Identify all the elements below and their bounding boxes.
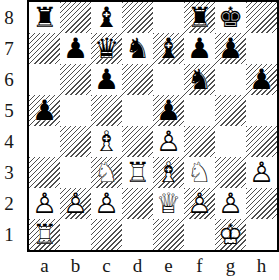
square-e3[interactable]: ♝♗ bbox=[153, 157, 184, 188]
piece-white-queen: ♛♕ bbox=[153, 188, 184, 219]
piece-black-rook: ♜ bbox=[184, 2, 215, 33]
piece-black-rook: ♜ bbox=[29, 2, 60, 33]
square-e1[interactable] bbox=[153, 219, 184, 250]
square-b3[interactable] bbox=[60, 157, 91, 188]
piece-black-king: ♚ bbox=[215, 2, 246, 33]
rank-label-5: 5 bbox=[0, 95, 27, 126]
square-e8[interactable] bbox=[153, 2, 184, 33]
piece-white-pawn: ♟♙ bbox=[184, 188, 215, 219]
square-c4[interactable]: ♝♗ bbox=[91, 126, 122, 157]
square-a7[interactable] bbox=[29, 33, 60, 64]
piece-black-knight: ♞ bbox=[184, 64, 215, 95]
square-b2[interactable]: ♟♙ bbox=[60, 188, 91, 219]
square-a1[interactable]: ♜♖ bbox=[29, 219, 60, 250]
square-c2[interactable]: ♟♙ bbox=[91, 188, 122, 219]
square-f4[interactable] bbox=[184, 126, 215, 157]
square-f5[interactable] bbox=[184, 95, 215, 126]
rank-label-8: 8 bbox=[0, 2, 27, 33]
square-g2[interactable]: ♟♙ bbox=[215, 188, 246, 219]
square-c7[interactable]: ♛ bbox=[91, 33, 122, 64]
rank-label-1: 1 bbox=[0, 219, 27, 250]
square-d7[interactable]: ♞ bbox=[122, 33, 153, 64]
square-d4[interactable] bbox=[122, 126, 153, 157]
square-c6[interactable]: ♟ bbox=[91, 64, 122, 95]
square-a6[interactable] bbox=[29, 64, 60, 95]
square-f7[interactable]: ♟ bbox=[184, 33, 215, 64]
square-h5[interactable] bbox=[246, 95, 277, 126]
square-g5[interactable] bbox=[215, 95, 246, 126]
piece-black-pawn: ♟ bbox=[184, 33, 215, 64]
piece-white-bishop: ♝♗ bbox=[153, 157, 184, 188]
square-e5[interactable]: ♟ bbox=[153, 95, 184, 126]
square-e4[interactable]: ♟♙ bbox=[153, 126, 184, 157]
piece-black-pawn: ♟ bbox=[153, 95, 184, 126]
square-h1[interactable] bbox=[246, 219, 277, 250]
file-label-e: e bbox=[153, 252, 184, 280]
square-d3[interactable]: ♜♖ bbox=[122, 157, 153, 188]
square-d1[interactable] bbox=[122, 219, 153, 250]
square-d5[interactable] bbox=[122, 95, 153, 126]
square-c1[interactable] bbox=[91, 219, 122, 250]
square-e2[interactable]: ♛♕ bbox=[153, 188, 184, 219]
piece-white-king: ♚♔ bbox=[215, 219, 246, 250]
piece-white-bishop: ♝♗ bbox=[91, 126, 122, 157]
file-label-c: c bbox=[91, 252, 122, 280]
square-f1[interactable] bbox=[184, 219, 215, 250]
square-b5[interactable] bbox=[60, 95, 91, 126]
square-h4[interactable] bbox=[246, 126, 277, 157]
piece-black-pawn: ♟ bbox=[246, 64, 277, 95]
square-g6[interactable] bbox=[215, 64, 246, 95]
piece-black-bishop: ♝ bbox=[153, 33, 184, 64]
piece-black-queen: ♛ bbox=[91, 33, 122, 64]
rank-label-6: 6 bbox=[0, 64, 27, 95]
piece-white-rook: ♜♖ bbox=[122, 157, 153, 188]
square-g7[interactable]: ♟ bbox=[215, 33, 246, 64]
square-h6[interactable]: ♟ bbox=[246, 64, 277, 95]
square-g1[interactable]: ♚♔ bbox=[215, 219, 246, 250]
square-d6[interactable] bbox=[122, 64, 153, 95]
square-h7[interactable] bbox=[246, 33, 277, 64]
chess-diagram: 87654321 ♜♝♜♚♟♛♞♝♟♟♟♞♟♟♟♝♗♟♙♞♘♜♖♝♗♞♘♟♙♟♙… bbox=[0, 0, 279, 280]
piece-white-pawn: ♟♙ bbox=[215, 188, 246, 219]
piece-white-pawn: ♟♙ bbox=[91, 188, 122, 219]
piece-black-bishop: ♝ bbox=[91, 2, 122, 33]
square-h2[interactable] bbox=[246, 188, 277, 219]
square-d2[interactable] bbox=[122, 188, 153, 219]
piece-white-knight: ♞♘ bbox=[91, 157, 122, 188]
file-labels: abcdefgh bbox=[29, 252, 277, 280]
rank-label-2: 2 bbox=[0, 188, 27, 219]
file-label-f: f bbox=[184, 252, 215, 280]
square-b7[interactable]: ♟ bbox=[60, 33, 91, 64]
square-e7[interactable]: ♝ bbox=[153, 33, 184, 64]
chess-board: ♜♝♜♚♟♛♞♝♟♟♟♞♟♟♟♝♗♟♙♞♘♜♖♝♗♞♘♟♙♟♙♟♙♟♙♛♕♟♙♟… bbox=[27, 0, 279, 252]
square-a2[interactable]: ♟♙ bbox=[29, 188, 60, 219]
piece-white-pawn: ♟♙ bbox=[246, 157, 277, 188]
square-h3[interactable]: ♟♙ bbox=[246, 157, 277, 188]
square-d8[interactable] bbox=[122, 2, 153, 33]
piece-white-knight: ♞♘ bbox=[184, 157, 215, 188]
square-g8[interactable]: ♚ bbox=[215, 2, 246, 33]
file-label-a: a bbox=[29, 252, 60, 280]
square-g3[interactable] bbox=[215, 157, 246, 188]
piece-white-pawn: ♟♙ bbox=[29, 188, 60, 219]
rank-labels: 87654321 bbox=[0, 2, 27, 250]
square-b8[interactable] bbox=[60, 2, 91, 33]
square-h8[interactable] bbox=[246, 2, 277, 33]
square-c3[interactable]: ♞♘ bbox=[91, 157, 122, 188]
piece-black-pawn: ♟ bbox=[91, 64, 122, 95]
rank-label-4: 4 bbox=[0, 126, 27, 157]
piece-black-pawn: ♟ bbox=[29, 95, 60, 126]
rank-label-3: 3 bbox=[0, 157, 27, 188]
square-c8[interactable]: ♝ bbox=[91, 2, 122, 33]
piece-white-pawn: ♟♙ bbox=[60, 188, 91, 219]
piece-black-pawn: ♟ bbox=[215, 33, 246, 64]
square-e6[interactable] bbox=[153, 64, 184, 95]
square-f3[interactable]: ♞♘ bbox=[184, 157, 215, 188]
file-label-g: g bbox=[215, 252, 246, 280]
square-c5[interactable] bbox=[91, 95, 122, 126]
piece-white-rook: ♜♖ bbox=[29, 219, 60, 250]
file-label-d: d bbox=[122, 252, 153, 280]
piece-white-pawn: ♟♙ bbox=[153, 126, 184, 157]
piece-black-pawn: ♟ bbox=[60, 33, 91, 64]
file-label-h: h bbox=[246, 252, 277, 280]
square-f8[interactable]: ♜ bbox=[184, 2, 215, 33]
square-b4[interactable] bbox=[60, 126, 91, 157]
piece-black-knight: ♞ bbox=[122, 33, 153, 64]
square-a5[interactable]: ♟ bbox=[29, 95, 60, 126]
file-label-b: b bbox=[60, 252, 91, 280]
square-a8[interactable]: ♜ bbox=[29, 2, 60, 33]
square-b1[interactable] bbox=[60, 219, 91, 250]
square-b6[interactable] bbox=[60, 64, 91, 95]
square-f6[interactable]: ♞ bbox=[184, 64, 215, 95]
square-f2[interactable]: ♟♙ bbox=[184, 188, 215, 219]
square-a3[interactable] bbox=[29, 157, 60, 188]
square-a4[interactable] bbox=[29, 126, 60, 157]
square-g4[interactable] bbox=[215, 126, 246, 157]
rank-label-7: 7 bbox=[0, 33, 27, 64]
